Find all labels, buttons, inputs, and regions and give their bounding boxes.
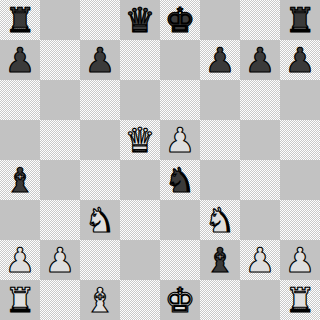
- square-b7[interactable]: [40, 40, 80, 80]
- piece-black-pawn[interactable]: ♟: [205, 40, 235, 80]
- square-d5[interactable]: ♛: [120, 120, 160, 160]
- square-b5[interactable]: [40, 120, 80, 160]
- square-h6[interactable]: [280, 80, 320, 120]
- square-h1[interactable]: ♜: [280, 280, 320, 320]
- square-d4[interactable]: [120, 160, 160, 200]
- square-a3[interactable]: [0, 200, 40, 240]
- square-d8[interactable]: ♛: [120, 0, 160, 40]
- piece-black-queen[interactable]: ♛: [125, 0, 155, 40]
- square-g8[interactable]: [240, 0, 280, 40]
- square-a8[interactable]: ♜: [0, 0, 40, 40]
- square-c1[interactable]: ♝: [80, 280, 120, 320]
- square-c7[interactable]: ♟: [80, 40, 120, 80]
- square-e2[interactable]: [160, 240, 200, 280]
- chess-board: ♜♛♚♜♟♟♟♟♟♛♟♝♞♞♞♟♟♝♟♟♜♝♚♜: [0, 0, 320, 320]
- square-f6[interactable]: [200, 80, 240, 120]
- square-c4[interactable]: [80, 160, 120, 200]
- square-f7[interactable]: ♟: [200, 40, 240, 80]
- square-g2[interactable]: ♟: [240, 240, 280, 280]
- square-g1[interactable]: [240, 280, 280, 320]
- square-g6[interactable]: [240, 80, 280, 120]
- piece-white-bishop[interactable]: ♝: [85, 280, 115, 320]
- square-d3[interactable]: [120, 200, 160, 240]
- square-b6[interactable]: [40, 80, 80, 120]
- square-a2[interactable]: ♟: [0, 240, 40, 280]
- square-b3[interactable]: [40, 200, 80, 240]
- square-a7[interactable]: ♟: [0, 40, 40, 80]
- square-h8[interactable]: ♜: [280, 0, 320, 40]
- piece-white-knight[interactable]: ♞: [85, 200, 115, 240]
- piece-black-pawn[interactable]: ♟: [245, 40, 275, 80]
- square-g7[interactable]: ♟: [240, 40, 280, 80]
- square-h2[interactable]: ♟: [280, 240, 320, 280]
- piece-white-pawn[interactable]: ♟: [165, 120, 195, 160]
- piece-white-knight[interactable]: ♞: [205, 200, 235, 240]
- square-c2[interactable]: [80, 240, 120, 280]
- piece-white-queen[interactable]: ♛: [125, 120, 155, 160]
- square-c8[interactable]: [80, 0, 120, 40]
- square-f3[interactable]: ♞: [200, 200, 240, 240]
- square-h7[interactable]: ♟: [280, 40, 320, 80]
- square-f1[interactable]: [200, 280, 240, 320]
- square-f4[interactable]: [200, 160, 240, 200]
- piece-white-rook[interactable]: ♜: [5, 280, 35, 320]
- piece-black-bishop[interactable]: ♝: [205, 240, 235, 280]
- piece-black-pawn[interactable]: ♟: [285, 40, 315, 80]
- square-a4[interactable]: ♝: [0, 160, 40, 200]
- square-e3[interactable]: [160, 200, 200, 240]
- square-h4[interactable]: [280, 160, 320, 200]
- piece-black-pawn[interactable]: ♟: [5, 40, 35, 80]
- square-g3[interactable]: [240, 200, 280, 240]
- square-g4[interactable]: [240, 160, 280, 200]
- piece-white-rook[interactable]: ♜: [285, 280, 315, 320]
- square-e1[interactable]: ♚: [160, 280, 200, 320]
- piece-black-knight[interactable]: ♞: [165, 160, 195, 200]
- square-f8[interactable]: [200, 0, 240, 40]
- piece-black-bishop[interactable]: ♝: [5, 160, 35, 200]
- square-b4[interactable]: [40, 160, 80, 200]
- piece-white-pawn[interactable]: ♟: [245, 240, 275, 280]
- piece-white-pawn[interactable]: ♟: [45, 240, 75, 280]
- square-h5[interactable]: [280, 120, 320, 160]
- square-e7[interactable]: [160, 40, 200, 80]
- square-e6[interactable]: [160, 80, 200, 120]
- square-b1[interactable]: [40, 280, 80, 320]
- square-g5[interactable]: [240, 120, 280, 160]
- piece-white-pawn[interactable]: ♟: [285, 240, 315, 280]
- square-h3[interactable]: [280, 200, 320, 240]
- square-e8[interactable]: ♚: [160, 0, 200, 40]
- piece-black-king[interactable]: ♚: [165, 0, 195, 40]
- square-a6[interactable]: [0, 80, 40, 120]
- piece-black-rook[interactable]: ♜: [285, 0, 315, 40]
- square-d1[interactable]: [120, 280, 160, 320]
- square-c5[interactable]: [80, 120, 120, 160]
- piece-black-pawn[interactable]: ♟: [85, 40, 115, 80]
- square-d2[interactable]: [120, 240, 160, 280]
- square-b8[interactable]: [40, 0, 80, 40]
- piece-black-rook[interactable]: ♜: [5, 0, 35, 40]
- square-e4[interactable]: ♞: [160, 160, 200, 200]
- piece-white-king[interactable]: ♚: [165, 280, 195, 320]
- square-c3[interactable]: ♞: [80, 200, 120, 240]
- square-a5[interactable]: [0, 120, 40, 160]
- square-d7[interactable]: [120, 40, 160, 80]
- square-a1[interactable]: ♜: [0, 280, 40, 320]
- square-b2[interactable]: ♟: [40, 240, 80, 280]
- square-c6[interactable]: [80, 80, 120, 120]
- square-d6[interactable]: [120, 80, 160, 120]
- piece-white-pawn[interactable]: ♟: [5, 240, 35, 280]
- square-f5[interactable]: [200, 120, 240, 160]
- square-e5[interactable]: ♟: [160, 120, 200, 160]
- square-f2[interactable]: ♝: [200, 240, 240, 280]
